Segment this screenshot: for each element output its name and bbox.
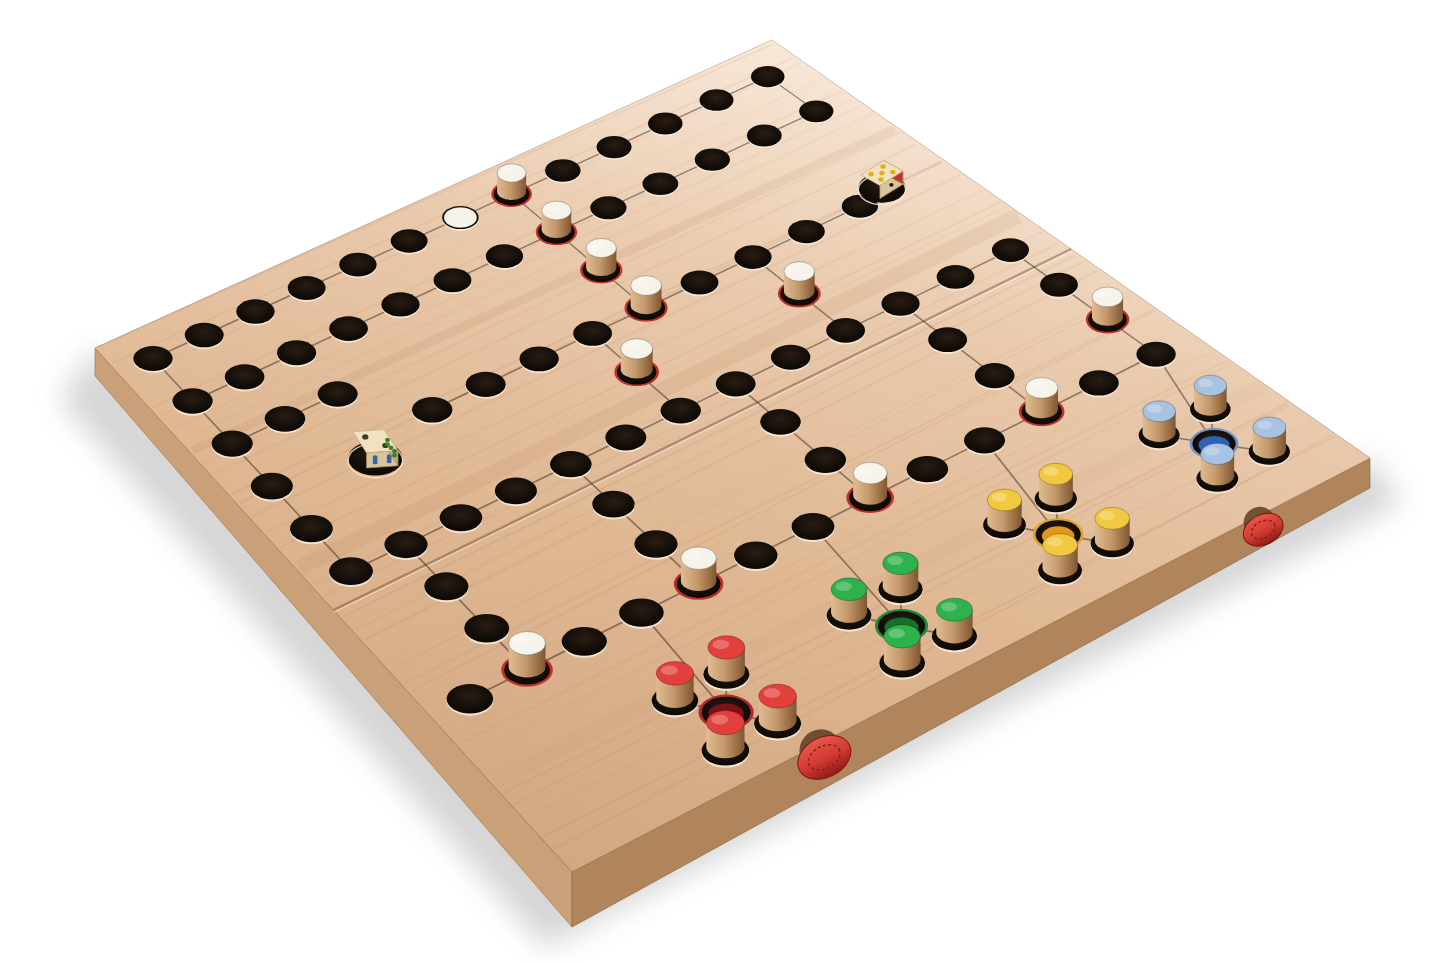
white-barricade-peg-c4r8[interactable] — [681, 547, 716, 591]
hole-c1-r6[interactable] — [424, 572, 468, 600]
peg-top-sheen — [661, 666, 678, 676]
die-top-pip — [890, 170, 895, 175]
red-peg-0[interactable] — [656, 661, 693, 708]
hole-c5-r5[interactable] — [605, 424, 646, 450]
peg-top-sheen — [1096, 291, 1110, 299]
hole-c5-r1[interactable] — [434, 268, 472, 292]
hole-c4-r0[interactable] — [339, 253, 376, 277]
hole-c2-r0[interactable] — [236, 299, 274, 323]
hole-c10-r6[interactable] — [928, 327, 967, 352]
peg-top-sheen — [545, 204, 558, 212]
hole-c8-r1[interactable] — [590, 196, 626, 219]
hole-c1-r0[interactable] — [185, 323, 224, 348]
hole-c11-r8[interactable] — [1079, 370, 1119, 395]
hole-c1-r5[interactable] — [384, 531, 427, 558]
hole-c7-r5[interactable] — [716, 371, 756, 396]
peg-top-sheen — [888, 629, 905, 638]
blue-peg-1[interactable] — [1194, 375, 1227, 416]
hole-c3-r1[interactable] — [329, 316, 368, 341]
peg-top-sheen — [1257, 421, 1272, 429]
hole-c10-r7[interactable] — [975, 363, 1015, 388]
die-side-pip — [385, 438, 390, 442]
white-barricade-peg-c7r0[interactable] — [497, 164, 526, 200]
yellow-peg-3[interactable] — [1095, 507, 1130, 550]
hole-c2-r1[interactable] — [277, 340, 316, 365]
die-side-pip — [387, 459, 392, 463]
hole-c10-r5[interactable] — [881, 292, 919, 316]
hole-c0-r0[interactable] — [133, 346, 172, 371]
hole-c4-r1[interactable] — [381, 292, 419, 316]
hole-c9-r3[interactable] — [734, 245, 771, 269]
hole-c3-r8[interactable] — [619, 599, 664, 627]
hole-c3-r5[interactable] — [495, 478, 537, 505]
hole-c1-r7[interactable] — [464, 614, 509, 643]
hole-c12-r6[interactable] — [1040, 273, 1078, 297]
die-side-pip — [389, 445, 394, 449]
peg-top-sheen — [992, 493, 1008, 502]
hole-c4-r5[interactable] — [550, 451, 592, 477]
peg-top-sheen — [634, 279, 648, 287]
white-barricade-peg-c6r4[interactable] — [621, 339, 653, 379]
white-barricade-peg-c10r8[interactable] — [1025, 378, 1058, 419]
yellow-peg-2[interactable] — [1042, 534, 1077, 578]
die-top-pip — [880, 164, 885, 169]
hole-c5-r0[interactable] — [391, 229, 428, 252]
peg-top-sheen — [590, 242, 604, 250]
die-top-pip — [879, 171, 884, 176]
hole-c10-r3[interactable] — [788, 220, 825, 243]
red-peg-3[interactable] — [759, 684, 797, 731]
hole-c12-r0[interactable] — [751, 66, 785, 87]
hole-c0-r3[interactable] — [251, 473, 293, 500]
barricade-board-scene — [0, 0, 1445, 963]
peg-top-sheen — [1043, 467, 1058, 476]
peg-top-sheen — [763, 688, 780, 698]
blue-peg-0[interactable] — [1143, 401, 1176, 442]
white-barricade-peg-c7r1[interactable] — [542, 201, 572, 238]
hole-c6-r3[interactable] — [573, 321, 612, 346]
peg-top-sheen — [1029, 381, 1044, 389]
white-barricade-peg-c6r0[interactable] — [444, 207, 477, 228]
peg-top-sheen — [941, 602, 957, 611]
hole-c9-r0[interactable] — [597, 136, 632, 158]
hole-c7-r7[interactable] — [805, 447, 846, 473]
hole-c12-r1[interactable] — [799, 100, 833, 122]
peg-top-sheen — [1099, 511, 1115, 520]
die-side-pip — [392, 453, 397, 457]
hole-c6-r1[interactable] — [486, 244, 523, 268]
red-peg-1[interactable] — [708, 636, 745, 682]
yellow-peg-0[interactable] — [987, 489, 1021, 532]
white-barricade-peg-c12r7[interactable] — [1092, 287, 1123, 326]
hole-c1-r2[interactable] — [265, 406, 306, 432]
hole-c11-r0[interactable] — [699, 89, 733, 111]
hole-c0-r4[interactable] — [290, 515, 333, 542]
hole-c11-r5[interactable] — [937, 265, 975, 289]
die-side-pip — [392, 449, 397, 453]
hole-c0-r5[interactable] — [329, 557, 373, 585]
hole-c0-r2[interactable] — [212, 431, 253, 457]
green-peg-0[interactable] — [831, 578, 867, 623]
hole-c6-r8[interactable] — [792, 513, 835, 540]
blue-peg-3[interactable] — [1253, 417, 1286, 458]
green-peg-2[interactable] — [884, 625, 921, 671]
product-photo-stage — [0, 0, 1445, 963]
hole-c0-r8[interactable] — [447, 684, 493, 713]
hole-c2-r2[interactable] — [318, 381, 358, 406]
die-top-pip — [362, 434, 368, 439]
hole-c10-r0[interactable] — [648, 113, 683, 135]
hole-c5-r8[interactable] — [734, 541, 777, 569]
peg-top-sheen — [1198, 379, 1213, 387]
hole-c6-r5[interactable] — [661, 398, 701, 424]
hole-c8-r8[interactable] — [906, 456, 948, 482]
die-side-pip — [385, 442, 390, 446]
peg-top-sheen — [857, 466, 872, 475]
hole-c9-r5[interactable] — [826, 318, 865, 343]
hole-c0-r1[interactable] — [172, 388, 212, 414]
hole-c3-r3[interactable] — [412, 397, 452, 423]
hole-c9-r8[interactable] — [964, 427, 1005, 453]
hole-c4-r3[interactable] — [466, 372, 506, 397]
hole-c8-r3[interactable] — [681, 271, 719, 295]
hole-c10-r1[interactable] — [695, 148, 730, 170]
hole-c9-r1[interactable] — [642, 172, 678, 195]
hole-c4-r7[interactable] — [634, 530, 677, 557]
hole-c2-r5[interactable] — [440, 504, 483, 531]
white-barricade-peg-c9r4[interactable] — [784, 262, 815, 300]
hole-c7-r6[interactable] — [760, 409, 801, 435]
peg-top-sheen — [713, 640, 730, 649]
hole-c8-r0[interactable] — [545, 159, 581, 182]
white-barricade-peg-c7r3[interactable] — [631, 276, 662, 314]
peg-top-sheen — [1205, 447, 1220, 456]
hole-c3-r0[interactable] — [288, 276, 326, 300]
peg-top-sheen — [625, 342, 639, 350]
hole-c12-r5[interactable] — [992, 238, 1029, 262]
blue-peg-2[interactable] — [1200, 443, 1234, 485]
hole-c8-r5[interactable] — [771, 345, 810, 370]
white-barricade-peg-c7r8[interactable] — [853, 462, 887, 504]
peg-top-sheen — [788, 265, 802, 273]
green-peg-3[interactable] — [936, 598, 972, 643]
peg-top-sheen — [1047, 538, 1063, 547]
die-top-pip — [868, 172, 873, 177]
hole-c1-r1[interactable] — [225, 364, 265, 389]
peg-top-flush — [444, 207, 477, 228]
hole-c11-r1[interactable] — [747, 124, 782, 146]
hole-c12-r8[interactable] — [1136, 342, 1175, 367]
die-side-pip — [889, 183, 893, 187]
die-top-pip — [878, 177, 883, 182]
peg-top-sheen — [887, 556, 903, 565]
peg-top-sheen — [1147, 404, 1162, 412]
green-peg-1[interactable] — [883, 552, 919, 596]
hole-c2-r8[interactable] — [562, 627, 607, 656]
white-barricade-peg-c7r2[interactable] — [586, 238, 616, 276]
peg-top-sheen — [513, 636, 530, 645]
die-side-pip — [373, 460, 378, 464]
peg-top-sheen — [685, 551, 701, 560]
hole-c4-r6[interactable] — [592, 491, 634, 518]
peg-top-sheen — [501, 167, 514, 174]
red-peg-2[interactable] — [706, 711, 744, 759]
yellow-peg-1[interactable] — [1039, 463, 1073, 505]
white-barricade-peg-c1r8[interactable] — [509, 632, 546, 678]
peg-top-sheen — [711, 715, 728, 725]
peg-top-sheen — [836, 582, 852, 591]
hole-c5-r3[interactable] — [519, 346, 558, 371]
